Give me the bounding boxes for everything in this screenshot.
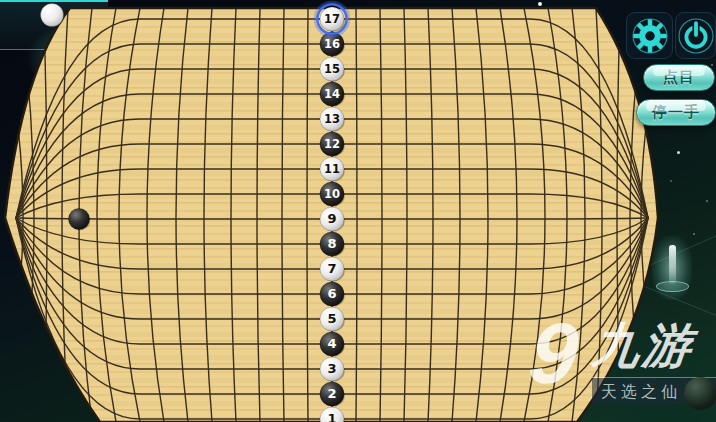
stone-move-3: 3 bbox=[320, 357, 345, 382]
stone-move-15: 15 bbox=[320, 57, 345, 82]
power-icon bbox=[677, 17, 715, 55]
svg-text:12: 12 bbox=[324, 137, 340, 151]
svg-text:8: 8 bbox=[327, 236, 336, 251]
stone-move-6: 6 bbox=[320, 282, 345, 307]
count-points-button[interactable]: 点目 bbox=[643, 64, 715, 91]
stone-move-17: 17 bbox=[316, 3, 349, 36]
stone-move-12: 12 bbox=[320, 132, 345, 157]
stone-move-7: 7 bbox=[320, 257, 345, 282]
svg-text:17: 17 bbox=[324, 12, 340, 26]
stone-move-11: 11 bbox=[320, 157, 345, 182]
svg-text:16: 16 bbox=[324, 37, 340, 51]
brand-logo-text: 九游 bbox=[589, 320, 697, 373]
stone-tray-white bbox=[41, 4, 65, 28]
settings-button[interactable] bbox=[626, 12, 673, 59]
svg-text:2: 2 bbox=[327, 386, 336, 401]
game-screen: 1234567891011121314151617 点 bbox=[0, 0, 716, 422]
decorative-stone bbox=[684, 377, 716, 410]
stone-move-8: 8 bbox=[320, 232, 345, 257]
svg-text:13: 13 bbox=[324, 112, 340, 126]
stone-move-9: 9 bbox=[320, 207, 345, 232]
svg-text:9: 9 bbox=[327, 211, 336, 226]
brand-logo-glyph: 9 bbox=[525, 310, 582, 396]
svg-text:1: 1 bbox=[327, 411, 336, 422]
svg-text:14: 14 bbox=[324, 87, 340, 101]
stone-move-4: 4 bbox=[320, 332, 345, 357]
stone-move-5: 5 bbox=[320, 307, 345, 332]
svg-text:3: 3 bbox=[327, 361, 336, 376]
pass-button[interactable]: 停一手 bbox=[636, 99, 716, 126]
svg-text:4: 4 bbox=[327, 336, 336, 351]
stone-move-13: 13 bbox=[320, 107, 345, 132]
stone-extra-black bbox=[69, 209, 91, 231]
svg-text:10: 10 bbox=[324, 187, 340, 201]
svg-text:11: 11 bbox=[324, 162, 340, 176]
stone-move-2: 2 bbox=[320, 382, 345, 407]
svg-text:7: 7 bbox=[327, 261, 336, 276]
svg-text:5: 5 bbox=[327, 311, 336, 326]
svg-text:6: 6 bbox=[327, 286, 336, 301]
stone-move-14: 14 bbox=[320, 82, 345, 107]
power-button[interactable] bbox=[675, 12, 716, 59]
gear-icon bbox=[631, 17, 669, 55]
stone-move-10: 10 bbox=[320, 182, 345, 207]
brand-subtitle: 天选之仙 bbox=[601, 382, 681, 403]
svg-text:15: 15 bbox=[324, 62, 340, 76]
